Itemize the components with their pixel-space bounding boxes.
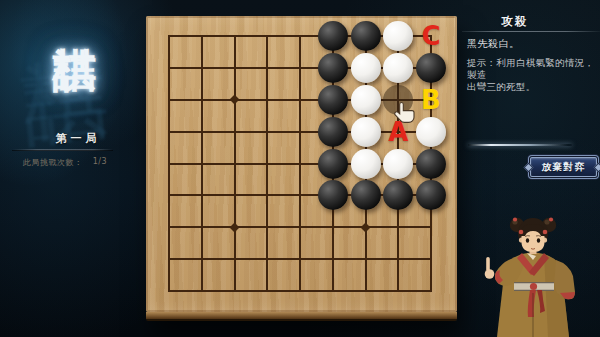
point-label-C[interactable]: C: [415, 20, 447, 52]
puzzle-category-title: 攻殺: [458, 14, 572, 29]
attempts-row: 此局挑戰次數： 1/3: [23, 157, 107, 168]
white-stone: [383, 53, 413, 83]
hint-line-2: 出彎三的死型。: [467, 81, 536, 92]
attempts-value: 1/3: [93, 157, 107, 168]
attempts-label: 此局挑戰次數：: [23, 157, 83, 168]
hint-text: 提示：利用白棋氣緊的情況，製造 出彎三的死型。: [467, 57, 599, 93]
black-stone: [318, 53, 348, 83]
black-stone: [416, 53, 446, 83]
grid-line: [168, 290, 432, 292]
white-stone: [351, 85, 381, 115]
point-label-B[interactable]: B: [415, 84, 447, 116]
black-stone: [318, 21, 348, 51]
black-stone: [318, 149, 348, 179]
hand-cursor-icon: [394, 101, 416, 125]
black-stone: [318, 180, 348, 210]
star-point: [230, 95, 240, 105]
hint-line-1: 提示：利用白棋氣緊的情況，製造: [467, 57, 594, 80]
sidebar: 詰棋 詰棋 第一局 此局挑戰次數： 1/3: [0, 0, 112, 337]
black-stone: [416, 149, 446, 179]
white-stone: [351, 53, 381, 83]
title-divider: [462, 31, 600, 32]
white-stone: [351, 149, 381, 179]
white-stone: [351, 117, 381, 147]
star-point: [230, 222, 240, 232]
shine-divider: [468, 144, 572, 146]
board-surface[interactable]: ABC: [146, 16, 457, 312]
board-grid: ABC: [146, 16, 457, 312]
round-label: 第一局: [46, 131, 110, 146]
board-edge: [146, 312, 457, 321]
star-point: [361, 222, 371, 232]
info-panel: 攻殺 黑先殺白。 提示：利用白棋氣緊的情況，製造 出彎三的死型。 放棄對弈: [458, 0, 600, 337]
black-stone: [318, 117, 348, 147]
black-stone: [416, 180, 446, 210]
white-stone: [416, 117, 446, 147]
black-stone: [383, 180, 413, 210]
black-stone: [351, 21, 381, 51]
go-board[interactable]: ABC: [146, 16, 457, 321]
white-stone: [383, 21, 413, 51]
grid-line: [168, 226, 432, 228]
black-stone: [318, 85, 348, 115]
grid-line: [168, 258, 432, 260]
white-stone: [383, 149, 413, 179]
black-stone: [351, 180, 381, 210]
npc-girl-illustration: [470, 196, 600, 337]
game-screen: 詰棋 詰棋 第一局 此局挑戰次數： 1/3 ABC 攻殺 黑先殺白。 提示：利用…: [0, 0, 600, 337]
sidebar-divider: [12, 149, 113, 151]
objective-text: 黑先殺白。: [467, 37, 520, 51]
give-up-button[interactable]: 放棄對弈: [530, 157, 597, 177]
